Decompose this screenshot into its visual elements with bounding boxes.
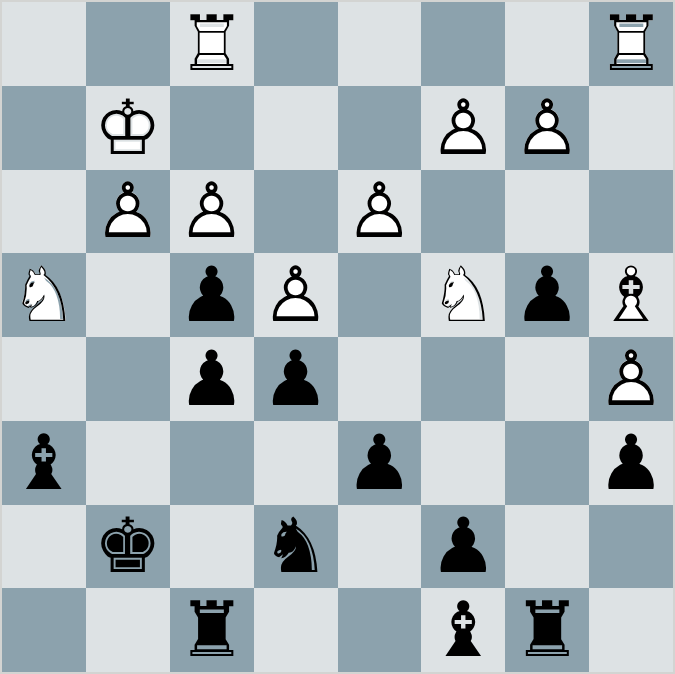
white-pawn-outline-glyph: ♙: [345, 173, 413, 249]
piece-black-pawn[interactable]: ♟: [254, 337, 338, 421]
square-c5[interactable]: ♟: [170, 253, 254, 337]
piece-black-knight[interactable]: ♞: [254, 505, 338, 589]
piece-white-pawn[interactable]: ♟♙: [86, 170, 170, 254]
square-a6[interactable]: [2, 170, 86, 254]
square-c6[interactable]: ♟♙: [170, 170, 254, 254]
square-h2[interactable]: [589, 505, 673, 589]
white-rook-fill-glyph: ♜: [178, 6, 246, 82]
black-pawn-glyph: ♟: [597, 425, 665, 501]
square-b4[interactable]: [86, 337, 170, 421]
piece-white-bishop[interactable]: ♝♗: [589, 253, 673, 337]
square-h5[interactable]: ♝♗: [589, 253, 673, 337]
black-rook-glyph: ♜: [178, 592, 246, 668]
black-pawn-glyph: ♟: [261, 341, 329, 417]
black-pawn-glyph: ♟: [345, 425, 413, 501]
white-pawn-outline-glyph: ♙: [597, 341, 665, 417]
square-d7[interactable]: [254, 86, 338, 170]
square-b1[interactable]: [86, 588, 170, 672]
square-h6[interactable]: [589, 170, 673, 254]
square-d8[interactable]: [254, 2, 338, 86]
white-pawn-outline-glyph: ♙: [94, 173, 162, 249]
white-pawn-fill-glyph: ♟: [429, 90, 497, 166]
square-f3[interactable]: [421, 421, 505, 505]
square-d2[interactable]: ♞: [254, 505, 338, 589]
square-a3[interactable]: ♝: [2, 421, 86, 505]
square-c4[interactable]: ♟: [170, 337, 254, 421]
white-pawn-fill-glyph: ♟: [597, 341, 665, 417]
square-h3[interactable]: ♟: [589, 421, 673, 505]
white-knight-outline-glyph: ♘: [10, 257, 78, 333]
square-a1[interactable]: [2, 588, 86, 672]
white-king-outline-glyph: ♔: [94, 90, 162, 166]
piece-white-pawn[interactable]: ♟♙: [254, 253, 338, 337]
piece-black-rook[interactable]: ♜: [170, 588, 254, 672]
square-f6[interactable]: [421, 170, 505, 254]
piece-black-pawn[interactable]: ♟: [170, 253, 254, 337]
white-knight-fill-glyph: ♞: [429, 257, 497, 333]
piece-black-bishop[interactable]: ♝: [2, 421, 86, 505]
white-pawn-outline-glyph: ♙: [261, 257, 329, 333]
white-bishop-fill-glyph: ♝: [597, 257, 665, 333]
white-bishop-outline-glyph: ♗: [597, 257, 665, 333]
square-g7[interactable]: ♟♙: [505, 86, 589, 170]
piece-black-pawn[interactable]: ♟: [421, 505, 505, 589]
black-pawn-glyph: ♟: [429, 508, 497, 584]
square-g4[interactable]: [505, 337, 589, 421]
white-pawn-fill-glyph: ♟: [345, 173, 413, 249]
chess-board: ♜♖♜♖♚♔♟♙♟♙♟♙♟♙♟♙♞♘♟♟♙♞♘♟♝♗♟♟♟♙♝♟♟♚♞♟♜♝♜: [0, 0, 675, 674]
piece-white-rook[interactable]: ♜♖: [589, 2, 673, 86]
square-a4[interactable]: [2, 337, 86, 421]
square-e8[interactable]: [338, 2, 422, 86]
black-king-glyph: ♚: [94, 508, 162, 584]
square-h8[interactable]: ♜♖: [589, 2, 673, 86]
square-b6[interactable]: ♟♙: [86, 170, 170, 254]
square-g1[interactable]: ♜: [505, 588, 589, 672]
square-f4[interactable]: [421, 337, 505, 421]
square-e3[interactable]: ♟: [338, 421, 422, 505]
piece-black-pawn[interactable]: ♟: [589, 421, 673, 505]
square-c8[interactable]: ♜♖: [170, 2, 254, 86]
piece-white-rook[interactable]: ♜♖: [170, 2, 254, 86]
square-b8[interactable]: [86, 2, 170, 86]
square-d3[interactable]: [254, 421, 338, 505]
piece-black-rook[interactable]: ♜: [505, 588, 589, 672]
white-king-fill-glyph: ♚: [94, 90, 162, 166]
square-b2[interactable]: ♚: [86, 505, 170, 589]
white-rook-outline-glyph: ♖: [597, 6, 665, 82]
square-c7[interactable]: [170, 86, 254, 170]
square-a2[interactable]: [2, 505, 86, 589]
square-f7[interactable]: ♟♙: [421, 86, 505, 170]
white-pawn-fill-glyph: ♟: [94, 173, 162, 249]
square-d5[interactable]: ♟♙: [254, 253, 338, 337]
square-d4[interactable]: ♟: [254, 337, 338, 421]
square-b5[interactable]: [86, 253, 170, 337]
piece-white-knight[interactable]: ♞♘: [2, 253, 86, 337]
square-c2[interactable]: [170, 505, 254, 589]
square-g5[interactable]: ♟: [505, 253, 589, 337]
square-a5[interactable]: ♞♘: [2, 253, 86, 337]
square-d1[interactable]: [254, 588, 338, 672]
black-bishop-glyph: ♝: [429, 592, 497, 668]
square-f5[interactable]: ♞♘: [421, 253, 505, 337]
square-g8[interactable]: [505, 2, 589, 86]
square-b3[interactable]: [86, 421, 170, 505]
white-pawn-outline-glyph: ♙: [429, 90, 497, 166]
square-e1[interactable]: [338, 588, 422, 672]
square-b7[interactable]: ♚♔: [86, 86, 170, 170]
square-e7[interactable]: [338, 86, 422, 170]
white-rook-outline-glyph: ♖: [178, 6, 246, 82]
board-grid: ♜♖♜♖♚♔♟♙♟♙♟♙♟♙♟♙♞♘♟♟♙♞♘♟♝♗♟♟♟♙♝♟♟♚♞♟♜♝♜: [2, 2, 673, 672]
piece-white-knight[interactable]: ♞♘: [421, 253, 505, 337]
white-pawn-fill-glyph: ♟: [513, 90, 581, 166]
white-pawn-fill-glyph: ♟: [261, 257, 329, 333]
piece-black-bishop[interactable]: ♝: [421, 588, 505, 672]
square-e6[interactable]: ♟♙: [338, 170, 422, 254]
white-pawn-outline-glyph: ♙: [513, 90, 581, 166]
square-f2[interactable]: ♟: [421, 505, 505, 589]
piece-black-pawn[interactable]: ♟: [505, 253, 589, 337]
square-f1[interactable]: ♝: [421, 588, 505, 672]
black-rook-glyph: ♜: [513, 592, 581, 668]
black-knight-glyph: ♞: [261, 508, 329, 584]
square-h7[interactable]: [589, 86, 673, 170]
square-f8[interactable]: [421, 2, 505, 86]
square-a7[interactable]: [2, 86, 86, 170]
black-pawn-glyph: ♟: [513, 257, 581, 333]
white-pawn-fill-glyph: ♟: [178, 173, 246, 249]
white-rook-fill-glyph: ♜: [597, 6, 665, 82]
white-pawn-outline-glyph: ♙: [178, 173, 246, 249]
square-a8[interactable]: [2, 2, 86, 86]
piece-black-pawn[interactable]: ♟: [170, 337, 254, 421]
white-knight-outline-glyph: ♘: [429, 257, 497, 333]
square-c3[interactable]: [170, 421, 254, 505]
square-h1[interactable]: [589, 588, 673, 672]
square-g2[interactable]: [505, 505, 589, 589]
black-pawn-glyph: ♟: [178, 257, 246, 333]
piece-black-king[interactable]: ♚: [86, 505, 170, 589]
square-e5[interactable]: [338, 253, 422, 337]
square-c1[interactable]: ♜: [170, 588, 254, 672]
piece-white-pawn[interactable]: ♟♙: [338, 170, 422, 254]
black-pawn-glyph: ♟: [178, 341, 246, 417]
square-d6[interactable]: [254, 170, 338, 254]
white-knight-fill-glyph: ♞: [10, 257, 78, 333]
piece-white-pawn[interactable]: ♟♙: [421, 86, 505, 170]
square-e4[interactable]: [338, 337, 422, 421]
piece-white-pawn[interactable]: ♟♙: [170, 170, 254, 254]
piece-white-king[interactable]: ♚♔: [86, 86, 170, 170]
black-bishop-glyph: ♝: [10, 425, 78, 501]
piece-white-pawn[interactable]: ♟♙: [505, 86, 589, 170]
piece-black-pawn[interactable]: ♟: [338, 421, 422, 505]
square-g3[interactable]: [505, 421, 589, 505]
square-h4[interactable]: ♟♙: [589, 337, 673, 421]
piece-white-pawn[interactable]: ♟♙: [589, 337, 673, 421]
square-e2[interactable]: [338, 505, 422, 589]
square-g6[interactable]: [505, 170, 589, 254]
